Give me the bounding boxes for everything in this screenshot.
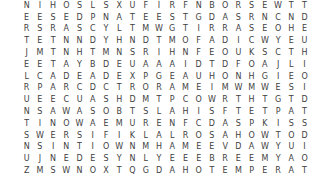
grid-cell[interactable]: C [73,83,86,95]
grid-cell[interactable]: O [219,0,232,12]
grid-cell[interactable]: G [258,71,271,83]
grid-cell[interactable]: M [232,165,245,175]
grid-cell[interactable]: R [139,118,152,130]
grid-cell[interactable]: T [258,94,271,106]
grid-cell[interactable]: S [126,47,139,59]
grid-cell[interactable]: O [219,47,232,59]
grid-cell[interactable]: Y [271,142,284,154]
grid-cell[interactable]: I [298,59,310,71]
grid-cell[interactable]: C [192,118,205,130]
grid-cell[interactable]: H [166,47,179,59]
grid-cell[interactable]: R [245,12,258,24]
grid-cell[interactable]: D [205,118,218,130]
grid-cell[interactable]: U [20,153,33,165]
grid-cell[interactable]: S [73,0,86,12]
grid-cell[interactable]: N [20,0,33,12]
grid-cell[interactable]: M [179,83,192,95]
grid-cell[interactable]: R [232,0,245,12]
grid-cell[interactable]: R [152,83,165,95]
grid-cell[interactable]: S [99,94,112,106]
grid-cell[interactable]: A [179,71,192,83]
grid-cell[interactable]: W [113,142,126,154]
grid-cell[interactable]: R [219,24,232,36]
grid-cell[interactable]: A [86,71,99,83]
grid-cell[interactable]: O [245,130,258,142]
grid-cell[interactable]: A [166,83,179,95]
grid-cell[interactable]: H [46,0,59,12]
grid-cell[interactable]: E [33,94,46,106]
grid-cell[interactable]: F [179,0,192,12]
grid-cell[interactable]: T [205,165,218,175]
grid-cell[interactable]: H [179,106,192,118]
grid-cell[interactable]: N [73,35,86,47]
grid-cell[interactable]: K [245,47,258,59]
grid-cell[interactable]: H [232,130,245,142]
grid-cell[interactable]: J [33,153,46,165]
grid-cell[interactable]: E [152,118,165,130]
grid-cell[interactable]: L [139,153,152,165]
grid-cell[interactable]: T [285,47,298,59]
grid-cell[interactable]: O [192,165,205,175]
grid-cell[interactable]: A [166,165,179,175]
grid-cell[interactable]: I [271,71,284,83]
grid-cell[interactable]: T [285,94,298,106]
grid-cell[interactable]: O [285,130,298,142]
grid-cell[interactable]: I [33,0,46,12]
grid-cell[interactable]: P [245,118,258,130]
grid-cell[interactable]: W [152,24,165,36]
grid-cell[interactable]: C [271,12,284,24]
grid-cell[interactable]: O [60,0,73,12]
grid-cell[interactable]: F [192,47,205,59]
grid-cell[interactable]: A [245,142,258,154]
grid-cell[interactable]: E [86,153,99,165]
grid-cell[interactable]: N [258,12,271,24]
grid-cell[interactable]: A [152,130,165,142]
grid-cell[interactable]: N [126,35,139,47]
grid-cell[interactable]: Y [73,59,86,71]
grid-cell[interactable]: O [60,118,73,130]
grid-cell[interactable]: W [271,0,284,12]
grid-cell[interactable]: C [33,71,46,83]
grid-cell[interactable]: P [245,165,258,175]
grid-cell[interactable]: A [232,24,245,36]
grid-cell[interactable]: B [205,0,218,12]
grid-cell[interactable]: B [86,59,99,71]
grid-cell[interactable]: E [152,12,165,24]
grid-cell[interactable]: E [192,153,205,165]
grid-cell[interactable]: G [271,94,284,106]
grid-cell[interactable]: C [179,94,192,106]
grid-cell[interactable]: I [46,142,59,154]
grid-cell[interactable]: M [166,35,179,47]
grid-cell[interactable]: O [192,94,205,106]
grid-cell[interactable]: T [298,0,310,12]
grid-cell[interactable]: D [139,35,152,47]
grid-cell[interactable]: N [60,142,73,154]
grid-cell[interactable]: A [73,106,86,118]
grid-cell[interactable]: S [46,165,59,175]
grid-cell[interactable]: G [166,24,179,36]
grid-cell[interactable]: N [20,142,33,154]
grid-cell[interactable]: S [285,118,298,130]
grid-cell[interactable]: Y [113,153,126,165]
grid-cell[interactable]: S [73,24,86,36]
grid-cell[interactable]: N [166,118,179,130]
grid-cell[interactable]: T [46,59,59,71]
grid-cell[interactable]: G [139,165,152,175]
grid-cell[interactable]: H [298,47,310,59]
grid-cell[interactable]: G [192,12,205,24]
grid-cell[interactable]: B [113,106,126,118]
grid-cell[interactable]: T [126,24,139,36]
grid-cell[interactable]: S [99,153,112,165]
grid-cell[interactable]: R [139,47,152,59]
grid-cell[interactable]: T [152,94,165,106]
grid-cell[interactable]: I [298,142,310,154]
grid-cell[interactable]: R [219,94,232,106]
grid-cell[interactable]: C [271,47,284,59]
grid-cell[interactable]: E [245,153,258,165]
grid-cell[interactable]: D [152,165,165,175]
grid-cell[interactable]: A [152,59,165,71]
grid-cell[interactable]: S [232,12,245,24]
grid-cell[interactable]: I [298,83,310,95]
grid-cell[interactable]: F [99,130,112,142]
grid-cell[interactable]: A [113,12,126,24]
grid-cell[interactable]: N [113,47,126,59]
grid-cell[interactable]: D [232,142,245,154]
grid-cell[interactable]: D [219,59,232,71]
grid-cell[interactable]: R [126,83,139,95]
grid-cell[interactable]: N [126,153,139,165]
grid-cell[interactable]: I [152,47,165,59]
grid-cell[interactable]: O [139,83,152,95]
grid-cell[interactable]: D [298,94,310,106]
grid-cell[interactable]: J [20,47,33,59]
grid-cell[interactable]: A [46,106,59,118]
grid-cell[interactable]: U [126,118,139,130]
grid-cell[interactable]: H [113,35,126,47]
grid-cell[interactable]: A [166,142,179,154]
grid-cell[interactable]: M [99,47,112,59]
grid-cell[interactable]: H [152,142,165,154]
grid-cell[interactable]: T [205,59,218,71]
grid-cell[interactable]: E [232,153,245,165]
grid-cell[interactable]: P [33,83,46,95]
grid-cell[interactable]: T [126,12,139,24]
grid-cell[interactable]: M [113,118,126,130]
grid-cell[interactable]: O [245,59,258,71]
grid-cell[interactable]: A [258,59,271,71]
grid-cell[interactable]: N [192,0,205,12]
grid-cell[interactable]: E [245,106,258,118]
grid-cell[interactable]: D [99,71,112,83]
grid-cell[interactable]: S [46,12,59,24]
grid-cell[interactable]: A [60,59,73,71]
grid-cell[interactable]: L [139,130,152,142]
grid-cell[interactable]: E [33,12,46,24]
grid-cell[interactable]: Y [152,153,165,165]
grid-cell[interactable]: I [179,59,192,71]
grid-cell[interactable]: E [258,0,271,12]
grid-cell[interactable]: E [285,35,298,47]
grid-cell[interactable]: E [258,24,271,36]
grid-cell[interactable]: L [20,71,33,83]
grid-cell[interactable]: N [99,12,112,24]
grid-cell[interactable]: O [99,106,112,118]
grid-cell[interactable]: R [20,24,33,36]
grid-cell[interactable]: S [20,130,33,142]
grid-cell[interactable]: Y [99,24,112,36]
grid-cell[interactable]: Y [271,153,284,165]
grid-cell[interactable]: T [271,130,284,142]
grid-cell[interactable]: V [219,142,232,154]
grid-cell[interactable]: R [20,83,33,95]
grid-cell[interactable]: E [205,142,218,154]
grid-cell[interactable]: R [166,0,179,12]
grid-cell[interactable]: T [298,165,310,175]
grid-cell[interactable]: N [46,118,59,130]
grid-cell[interactable]: A [46,71,59,83]
grid-cell[interactable]: I [205,83,218,95]
grid-cell[interactable]: N [60,35,73,47]
grid-cell[interactable]: T [113,83,126,95]
grid-cell[interactable]: W [205,94,218,106]
grid-cell[interactable]: S [232,118,245,130]
grid-cell[interactable]: H [245,71,258,83]
grid-cell[interactable]: M [258,153,271,165]
grid-cell[interactable]: S [245,24,258,36]
grid-cell[interactable]: T [258,106,271,118]
grid-cell[interactable]: U [298,35,310,47]
grid-cell[interactable]: W [33,130,46,142]
grid-cell[interactable]: T [46,35,59,47]
grid-cell[interactable]: S [285,83,298,95]
grid-cell[interactable]: U [232,47,245,59]
grid-cell[interactable]: E [33,35,46,47]
grid-cell[interactable]: S [258,47,271,59]
grid-cell[interactable]: T [232,106,245,118]
grid-cell[interactable]: S [298,118,310,130]
grid-cell[interactable]: L [285,59,298,71]
grid-cell[interactable]: M [139,94,152,106]
grid-cell[interactable]: E [258,165,271,175]
grid-cell[interactable]: A [166,106,179,118]
grid-cell[interactable]: E [60,153,73,165]
grid-cell[interactable]: S [86,106,99,118]
grid-cell[interactable]: E [219,165,232,175]
grid-cell[interactable]: B [205,153,218,165]
grid-cell[interactable]: O [86,165,99,175]
grid-cell[interactable]: E [113,71,126,83]
grid-cell[interactable]: P [271,106,284,118]
grid-cell[interactable]: E [46,130,59,142]
grid-cell[interactable]: S [33,24,46,36]
grid-cell[interactable]: E [73,71,86,83]
grid-cell[interactable]: E [20,12,33,24]
grid-cell[interactable]: G [152,71,165,83]
grid-cell[interactable]: T [113,165,126,175]
grid-cell[interactable]: L [113,24,126,36]
grid-cell[interactable]: A [285,153,298,165]
grid-cell[interactable]: M [33,165,46,175]
grid-cell[interactable]: R [219,153,232,165]
grid-cell[interactable]: E [192,83,205,95]
grid-cell[interactable]: W [60,106,73,118]
grid-cell[interactable]: C [60,94,73,106]
grid-cell[interactable]: D [73,153,86,165]
grid-cell[interactable]: D [86,35,99,47]
grid-cell[interactable]: F [219,106,232,118]
grid-cell[interactable]: T [20,35,33,47]
grid-cell[interactable]: D [192,59,205,71]
grid-cell[interactable]: X [113,0,126,12]
grid-cell[interactable]: H [179,165,192,175]
grid-cell[interactable]: I [33,118,46,130]
grid-cell[interactable]: I [113,130,126,142]
grid-cell[interactable]: N [73,165,86,175]
grid-cell[interactable]: H [285,24,298,36]
grid-cell[interactable]: M [33,47,46,59]
grid-cell[interactable]: U [20,94,33,106]
grid-cell[interactable]: S [245,0,258,12]
grid-cell[interactable]: T [285,0,298,12]
grid-cell[interactable]: E [298,24,310,36]
grid-cell[interactable]: A [285,165,298,175]
grid-cell[interactable]: T [179,24,192,36]
grid-cell[interactable]: F [192,35,205,47]
grid-cell[interactable]: H [205,71,218,83]
grid-cell[interactable]: I [152,0,165,12]
grid-cell[interactable]: W [258,35,271,47]
grid-cell[interactable]: T [86,47,99,59]
grid-cell[interactable]: M [139,142,152,154]
grid-cell[interactable]: N [126,142,139,154]
grid-cell[interactable]: W [258,142,271,154]
grid-cell[interactable]: W [258,130,271,142]
grid-cell[interactable]: S [205,130,218,142]
grid-cell[interactable]: E [46,94,59,106]
grid-cell[interactable]: A [219,12,232,24]
grid-cell[interactable]: D [86,83,99,95]
grid-cell[interactable]: M [219,83,232,95]
grid-cell[interactable]: E [166,153,179,165]
grid-cell[interactable]: E [271,83,284,95]
grid-cell[interactable]: T [298,106,310,118]
grid-cell[interactable]: D [205,12,218,24]
grid-cell[interactable]: E [60,12,73,24]
grid-cell[interactable]: I [232,35,245,47]
grid-cell[interactable]: O [192,130,205,142]
grid-cell[interactable]: A [285,106,298,118]
grid-cell[interactable]: A [166,59,179,71]
grid-cell[interactable]: A [219,118,232,130]
grid-cell[interactable]: L [86,0,99,12]
grid-cell[interactable]: R [271,165,284,175]
grid-cell[interactable]: Y [271,35,284,47]
grid-cell[interactable]: N [179,47,192,59]
grid-cell[interactable]: J [271,59,284,71]
grid-cell[interactable]: A [46,83,59,95]
grid-cell[interactable]: O [179,35,192,47]
grid-cell[interactable]: F [232,59,245,71]
grid-cell[interactable]: O [298,71,310,83]
grid-cell[interactable]: S [139,106,152,118]
grid-cell[interactable]: F [139,0,152,12]
grid-cell[interactable]: R [179,130,192,142]
grid-cell[interactable]: M [245,83,258,95]
grid-cell[interactable]: M [179,142,192,154]
grid-cell[interactable]: W [232,83,245,95]
grid-cell[interactable]: O [99,142,112,154]
grid-cell[interactable]: E [192,142,205,154]
grid-cell[interactable]: I [192,106,205,118]
grid-cell[interactable]: R [46,24,59,36]
grid-cell[interactable]: E [166,71,179,83]
grid-cell[interactable]: E [205,47,218,59]
grid-cell[interactable]: T [73,142,86,154]
grid-cell[interactable]: D [298,12,310,24]
grid-cell[interactable]: M [139,24,152,36]
grid-cell[interactable]: K [126,130,139,142]
grid-cell[interactable]: H [245,94,258,106]
grid-cell[interactable]: E [285,71,298,83]
grid-cell[interactable]: T [20,118,33,130]
grid-cell[interactable]: S [33,106,46,118]
grid-cell[interactable]: N [60,47,73,59]
grid-cell[interactable]: Y [99,35,112,47]
grid-cell[interactable]: A [139,59,152,71]
grid-cell[interactable]: U [192,71,205,83]
grid-cell[interactable]: S [73,130,86,142]
grid-cell[interactable]: A [60,24,73,36]
grid-cell[interactable]: X [99,165,112,175]
grid-cell[interactable]: C [86,24,99,36]
grid-cell[interactable]: W [60,165,73,175]
grid-cell[interactable]: P [166,94,179,106]
grid-cell[interactable]: F [179,118,192,130]
grid-cell[interactable]: N [285,12,298,24]
grid-cell[interactable]: W [73,118,86,130]
grid-cell[interactable]: Z [20,165,33,175]
grid-cell[interactable]: A [86,118,99,130]
grid-cell[interactable]: T [232,94,245,106]
grid-cell[interactable]: D [126,94,139,106]
grid-cell[interactable]: K [258,118,271,130]
grid-cell[interactable]: E [99,118,112,130]
grid-cell[interactable]: D [99,59,112,71]
grid-cell[interactable]: A [205,35,218,47]
grid-cell[interactable]: U [126,59,139,71]
grid-cell[interactable]: T [152,35,165,47]
grid-cell[interactable]: S [99,0,112,12]
grid-cell[interactable]: R [60,83,73,95]
grid-cell[interactable]: H [73,47,86,59]
grid-cell[interactable]: A [219,130,232,142]
grid-cell[interactable]: U [73,94,86,106]
grid-cell[interactable]: H [113,94,126,106]
grid-cell[interactable]: P [86,12,99,24]
grid-cell[interactable]: Q [126,165,139,175]
grid-cell[interactable]: X [126,71,139,83]
grid-cell[interactable]: I [192,24,205,36]
grid-cell[interactable]: N [20,106,33,118]
grid-cell[interactable]: U [126,0,139,12]
grid-cell[interactable]: I [271,118,284,130]
grid-cell[interactable]: L [166,130,179,142]
grid-cell[interactable]: O [298,153,310,165]
